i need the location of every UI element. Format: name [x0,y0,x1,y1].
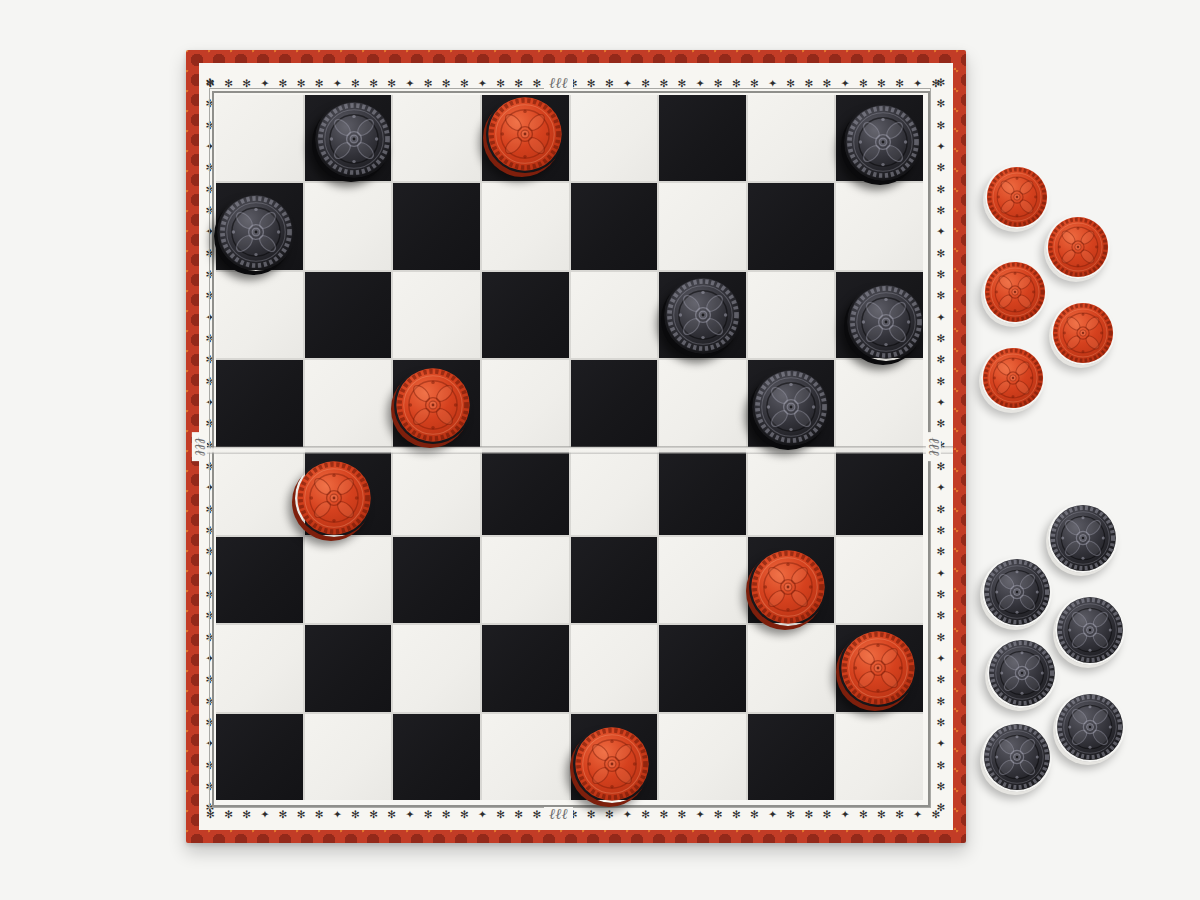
checker-red[interactable] [983,260,1047,324]
piece-layer [216,95,923,800]
checker-red[interactable] [1046,215,1110,279]
checker-red[interactable] [486,95,564,173]
checker-black[interactable] [315,100,393,178]
checker-black-icon [1055,595,1125,665]
checker-red-icon [749,548,827,626]
checker-black-icon [844,103,922,181]
checker-black-icon [1055,692,1125,762]
checker-red[interactable] [1051,301,1115,365]
checker-red-icon [983,260,1047,324]
checker-black-icon [982,557,1052,627]
checker-red-icon [573,725,651,803]
checker-red-icon [981,346,1045,410]
checker-black[interactable] [1055,595,1125,665]
floral-border-bottom: ✻ ✻ ✻ ✦ ✻ ✻ ✻ ✦ ✻ ✻ ✻ ✦ ✻ ✻ ✻ ✦ ✻ ✻ ✻ ✦ … [206,807,946,822]
checker-red[interactable] [394,366,472,444]
checker-black[interactable] [982,722,1052,792]
checker-black-icon [847,283,925,361]
checker-black-icon [987,638,1057,708]
checker-black[interactable] [987,638,1057,708]
checker-black[interactable] [844,103,922,181]
loop-flourish-right: ℓℓℓ [926,432,941,461]
checker-red-icon [394,366,472,444]
loop-flourish-left: ℓℓℓ [192,432,207,461]
checker-red[interactable] [573,725,651,803]
checker-red[interactable] [295,459,373,537]
checker-black[interactable] [1048,503,1118,573]
checker-black[interactable] [664,276,742,354]
checker-red[interactable] [839,629,917,707]
checker-black[interactable] [1055,692,1125,762]
floral-border-top: ✻ ✻ ✻ ✦ ✻ ✻ ✻ ✦ ✻ ✻ ✻ ✦ ✻ ✻ ✻ ✦ ✻ ✻ ✻ ✦ … [206,76,946,91]
checker-red[interactable] [985,165,1049,229]
checker-black[interactable] [982,557,1052,627]
checker-black-icon [752,368,830,446]
checkers-board: ✻ ✻ ✻ ✦ ✻ ✻ ✻ ✦ ✻ ✻ ✻ ✦ ✻ ✻ ✻ ✦ ✻ ✻ ✻ ✦ … [186,50,966,843]
checker-red-icon [486,95,564,173]
checker-black-icon [982,722,1052,792]
checker-red-icon [1046,215,1110,279]
loop-flourish-bottom: ℓℓℓ [544,807,573,822]
checker-black-icon [664,276,742,354]
checker-red-icon [985,165,1049,229]
checker-red-icon [1051,301,1115,365]
checker-black-icon [217,193,295,271]
checker-red-icon [295,459,373,537]
checker-black-icon [1048,503,1118,573]
checker-black[interactable] [217,193,295,271]
checker-red-icon [839,629,917,707]
photo-background: ✻ ✻ ✻ ✦ ✻ ✻ ✻ ✦ ✻ ✻ ✻ ✦ ✻ ✻ ✻ ✦ ✻ ✻ ✻ ✦ … [0,0,1200,900]
checker-black[interactable] [752,368,830,446]
checker-black-icon [315,100,393,178]
checker-red[interactable] [981,346,1045,410]
loop-flourish-top: ℓℓℓ [544,76,573,91]
checker-red[interactable] [749,548,827,626]
checker-black[interactable] [847,283,925,361]
